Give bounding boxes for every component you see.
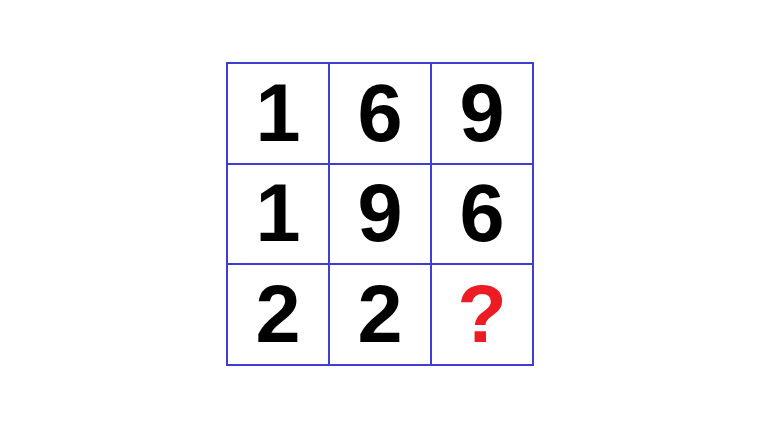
cell-r1c3: 9 bbox=[432, 64, 532, 163]
cell-r3c1: 2 bbox=[228, 265, 328, 364]
cell-r2c2: 9 bbox=[330, 165, 430, 264]
cell-r1c1: 1 bbox=[228, 64, 328, 163]
cell-r3c3-unknown: ? bbox=[432, 265, 532, 364]
cell-r1c2: 6 bbox=[330, 64, 430, 163]
cell-r3c2: 2 bbox=[330, 265, 430, 364]
number-puzzle-grid: 1 6 9 1 9 6 2 2 ? bbox=[226, 62, 534, 366]
puzzle-canvas: 1 6 9 1 9 6 2 2 ? bbox=[0, 0, 780, 440]
cell-r2c3: 6 bbox=[432, 165, 532, 264]
cell-r2c1: 1 bbox=[228, 165, 328, 264]
